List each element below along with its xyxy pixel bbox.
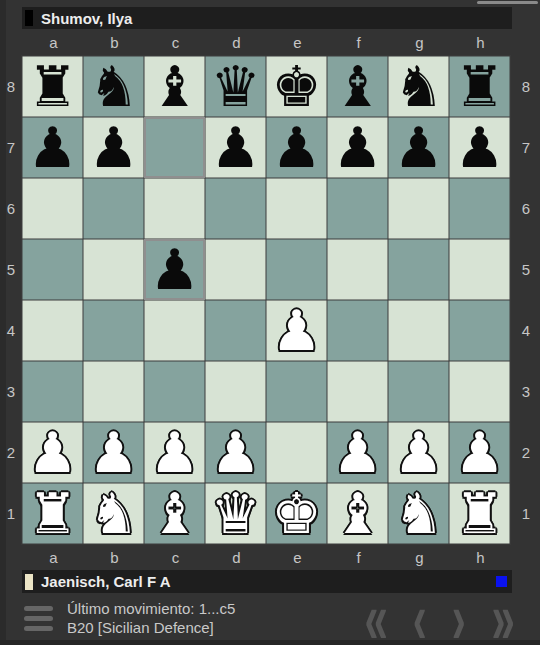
square-g2[interactable]: ♟ — [388, 422, 449, 483]
rank-label-7: 7 — [512, 117, 540, 178]
piece-white-knight[interactable]: ♞ — [88, 486, 138, 542]
rank-label-3: 3 — [0, 361, 22, 422]
piece-black-knight[interactable]: ♞ — [88, 59, 138, 115]
piece-black-pawn[interactable]: ♟ — [271, 120, 321, 176]
square-g7[interactable]: ♟ — [388, 117, 449, 178]
square-b4[interactable] — [83, 300, 144, 361]
square-f1[interactable]: ♝ — [327, 483, 388, 544]
piece-white-pawn[interactable]: ♟ — [88, 425, 138, 481]
square-d6[interactable] — [205, 178, 266, 239]
file-label-b: b — [84, 31, 145, 55]
move-navigation: « ‹ › » — [365, 598, 514, 638]
square-b6[interactable] — [83, 178, 144, 239]
square-b2[interactable]: ♟ — [83, 422, 144, 483]
menu-icon[interactable] — [24, 606, 53, 631]
file-label-d: d — [206, 546, 267, 570]
top-player-bar: Shumov, Ilya — [22, 7, 512, 29]
rank-label-6: 6 — [512, 178, 540, 239]
piece-black-rook[interactable]: ♜ — [27, 59, 77, 115]
rank-label-6: 6 — [0, 178, 22, 239]
square-a6[interactable] — [22, 178, 83, 239]
rank-label-3: 3 — [512, 361, 540, 422]
piece-black-pawn[interactable]: ♟ — [210, 120, 260, 176]
square-a1[interactable]: ♜ — [22, 483, 83, 544]
file-labels-top: abcdefgh — [23, 31, 511, 55]
piece-black-queen[interactable]: ♛ — [210, 59, 260, 115]
square-e5[interactable] — [266, 239, 327, 300]
square-a4[interactable] — [22, 300, 83, 361]
piece-black-pawn[interactable]: ♟ — [27, 120, 77, 176]
square-e2[interactable] — [266, 422, 327, 483]
rank-label-7: 7 — [0, 117, 22, 178]
rank-labels-left: 87654321 — [0, 56, 22, 544]
piece-white-bishop[interactable]: ♝ — [149, 486, 199, 542]
piece-white-rook[interactable]: ♜ — [454, 486, 504, 542]
piece-black-pawn[interactable]: ♟ — [332, 120, 382, 176]
square-a3[interactable] — [22, 361, 83, 422]
file-label-b: b — [84, 546, 145, 570]
square-c3[interactable] — [144, 361, 205, 422]
opening-label: B20 [Sicilian Defence] — [67, 618, 235, 637]
rank-label-5: 5 — [0, 239, 22, 300]
square-h6[interactable] — [449, 178, 510, 239]
square-e3[interactable] — [266, 361, 327, 422]
bottom-edge-strip — [0, 640, 540, 645]
file-label-d: d — [206, 31, 267, 55]
piece-white-pawn[interactable]: ♟ — [332, 425, 382, 481]
file-label-c: c — [145, 546, 206, 570]
piece-white-queen[interactable]: ♛ — [210, 486, 260, 542]
nav-first-button[interactable]: « — [364, 582, 387, 645]
square-d4[interactable] — [205, 300, 266, 361]
square-d1[interactable]: ♛ — [205, 483, 266, 544]
nav-last-button[interactable]: » — [491, 582, 514, 645]
square-a2[interactable]: ♟ — [22, 422, 83, 483]
move-info-text: Último movimiento: 1...c5 B20 [Sicilian … — [67, 599, 235, 637]
piece-white-pawn[interactable]: ♟ — [271, 303, 321, 359]
rank-label-5: 5 — [512, 239, 540, 300]
square-d3[interactable] — [205, 361, 266, 422]
square-d2[interactable]: ♟ — [205, 422, 266, 483]
top-player-name: Shumov, Ilya — [41, 10, 132, 27]
piece-white-knight[interactable]: ♞ — [393, 486, 443, 542]
file-label-a: a — [23, 546, 84, 570]
square-g3[interactable] — [388, 361, 449, 422]
square-g4[interactable] — [388, 300, 449, 361]
square-d7[interactable]: ♟ — [205, 117, 266, 178]
last-move-label: Último movimiento: 1...c5 — [67, 599, 235, 618]
piece-white-pawn[interactable]: ♟ — [149, 425, 199, 481]
piece-black-pawn[interactable]: ♟ — [393, 120, 443, 176]
square-f8[interactable]: ♝ — [327, 56, 388, 117]
piece-black-pawn[interactable]: ♟ — [149, 242, 199, 298]
square-c8[interactable]: ♝ — [144, 56, 205, 117]
square-b5[interactable] — [83, 239, 144, 300]
square-f7[interactable]: ♟ — [327, 117, 388, 178]
square-g1[interactable]: ♞ — [388, 483, 449, 544]
square-c6[interactable] — [144, 178, 205, 239]
square-h3[interactable] — [449, 361, 510, 422]
square-b1[interactable]: ♞ — [83, 483, 144, 544]
piece-black-bishop[interactable]: ♝ — [332, 59, 382, 115]
square-a7[interactable]: ♟ — [22, 117, 83, 178]
rank-label-2: 2 — [512, 422, 540, 483]
rank-label-1: 1 — [0, 483, 22, 544]
piece-white-pawn[interactable]: ♟ — [393, 425, 443, 481]
square-b3[interactable] — [83, 361, 144, 422]
file-label-a: a — [23, 31, 84, 55]
file-label-e: e — [267, 546, 328, 570]
square-g8[interactable]: ♞ — [388, 56, 449, 117]
square-a8[interactable]: ♜ — [22, 56, 83, 117]
square-g6[interactable] — [388, 178, 449, 239]
square-e7[interactable]: ♟ — [266, 117, 327, 178]
square-f4[interactable] — [327, 300, 388, 361]
piece-black-pawn[interactable]: ♟ — [88, 120, 138, 176]
black-color-chip — [25, 10, 33, 26]
square-e1[interactable]: ♚ — [266, 483, 327, 544]
piece-black-rook[interactable]: ♜ — [454, 59, 504, 115]
file-label-e: e — [267, 31, 328, 55]
rank-label-8: 8 — [512, 56, 540, 117]
file-label-c: c — [145, 31, 206, 55]
piece-white-bishop[interactable]: ♝ — [332, 486, 382, 542]
piece-black-knight[interactable]: ♞ — [393, 59, 443, 115]
piece-white-pawn[interactable]: ♟ — [27, 425, 77, 481]
rank-labels-right: 87654321 — [512, 56, 540, 544]
rank-label-1: 1 — [512, 483, 540, 544]
file-label-h: h — [450, 546, 511, 570]
file-label-h: h — [450, 31, 511, 55]
chess-board[interactable]: ♜♞♝♛♚♝♞♜♟♟♟♟♟♟♟♟♟♟♟♟♟♟♟♟♜♞♝♛♚♝♞♜ — [22, 56, 510, 544]
square-h8[interactable]: ♜ — [449, 56, 510, 117]
bottom-player-bar: Jaenisch, Carl F A — [22, 570, 512, 593]
square-b7[interactable]: ♟ — [83, 117, 144, 178]
square-h4[interactable] — [449, 300, 510, 361]
nav-prev-button[interactable]: ‹ — [413, 582, 427, 645]
horizontal-scrollbar[interactable] — [477, 1, 538, 4]
file-labels-bottom: abcdefgh — [23, 546, 511, 570]
square-h1[interactable]: ♜ — [449, 483, 510, 544]
file-label-f: f — [328, 31, 389, 55]
rank-label-4: 4 — [0, 300, 22, 361]
move-info-footer: Último movimiento: 1...c5 B20 [Sicilian … — [0, 596, 540, 640]
piece-white-rook[interactable]: ♜ — [27, 486, 77, 542]
square-f3[interactable] — [327, 361, 388, 422]
square-f5[interactable] — [327, 239, 388, 300]
bottom-player-name: Jaenisch, Carl F A — [41, 573, 171, 590]
square-g5[interactable] — [388, 239, 449, 300]
white-color-chip — [25, 574, 33, 590]
nav-next-button[interactable]: › — [452, 582, 466, 645]
square-d8[interactable]: ♛ — [205, 56, 266, 117]
piece-black-pawn[interactable]: ♟ — [454, 120, 504, 176]
square-f2[interactable]: ♟ — [327, 422, 388, 483]
rank-label-4: 4 — [512, 300, 540, 361]
square-h7[interactable]: ♟ — [449, 117, 510, 178]
square-c1[interactable]: ♝ — [144, 483, 205, 544]
rank-label-8: 8 — [0, 56, 22, 117]
square-c5[interactable]: ♟ — [144, 239, 205, 300]
square-b8[interactable]: ♞ — [83, 56, 144, 117]
piece-black-bishop[interactable]: ♝ — [149, 59, 199, 115]
piece-white-king[interactable]: ♚ — [271, 486, 321, 542]
rank-label-2: 2 — [0, 422, 22, 483]
piece-black-king[interactable]: ♚ — [271, 59, 321, 115]
square-e8[interactable]: ♚ — [266, 56, 327, 117]
square-a5[interactable] — [22, 239, 83, 300]
square-d5[interactable] — [205, 239, 266, 300]
square-h5[interactable] — [449, 239, 510, 300]
file-label-g: g — [389, 546, 450, 570]
square-h2[interactable]: ♟ — [449, 422, 510, 483]
square-c7[interactable] — [144, 117, 205, 178]
piece-white-pawn[interactable]: ♟ — [210, 425, 260, 481]
square-e4[interactable]: ♟ — [266, 300, 327, 361]
piece-white-pawn[interactable]: ♟ — [454, 425, 504, 481]
square-c4[interactable] — [144, 300, 205, 361]
square-c2[interactable]: ♟ — [144, 422, 205, 483]
square-e6[interactable] — [266, 178, 327, 239]
file-label-g: g — [389, 31, 450, 55]
file-label-f: f — [328, 546, 389, 570]
square-f6[interactable] — [327, 178, 388, 239]
